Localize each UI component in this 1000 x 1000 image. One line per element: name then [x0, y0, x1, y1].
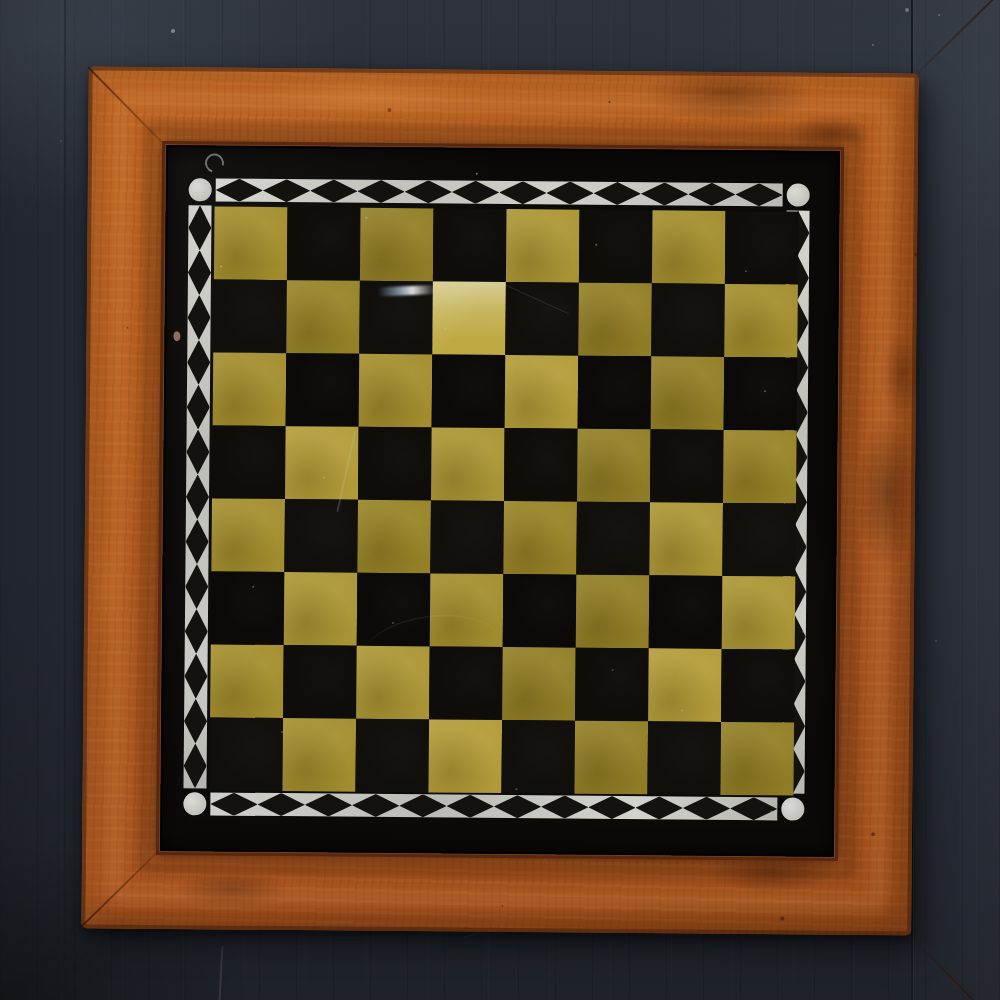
board-square-g1: [647, 721, 721, 795]
border-corner-circle-top-right: [787, 183, 810, 206]
board-square-h8: [725, 211, 799, 285]
board-square-f8: [579, 210, 653, 284]
wall-grain-line: [64, 0, 66, 1000]
board-square-a6: [213, 352, 287, 426]
board-square-d1: [428, 719, 502, 793]
border-diamond: [357, 180, 404, 203]
wooden-frame: [81, 66, 918, 935]
board-square-f7: [578, 283, 652, 357]
border-diamond: [188, 250, 211, 295]
board-square-g5: [650, 429, 724, 503]
board-square-f2: [575, 648, 649, 722]
board-square-h1: [720, 722, 794, 796]
board-square-c8: [360, 208, 434, 282]
wall-scratch: [219, 946, 224, 1000]
board-square-h2: [721, 649, 795, 723]
board-square-d5: [431, 427, 505, 501]
board-square-g6: [651, 356, 725, 430]
border-diamond: [183, 743, 206, 788]
board-square-a8: [214, 206, 288, 280]
board-square-c6: [359, 354, 433, 428]
border-diamond: [187, 385, 210, 430]
board-square-f5: [577, 429, 651, 503]
board-square-a3: [211, 571, 285, 645]
board-square-d6: [432, 354, 506, 428]
board-square-e8: [506, 209, 580, 283]
board-square-a1: [209, 717, 283, 791]
board-square-c5: [358, 427, 432, 501]
border-diamond: [399, 794, 446, 817]
border-diamond: [305, 793, 352, 816]
border-corner-circle-top-left: [189, 178, 212, 201]
paint-chip: [173, 331, 180, 341]
board-square-d7: [432, 281, 506, 355]
board-square-c1: [355, 719, 429, 793]
border-diamond: [541, 795, 588, 818]
border-diamond: [186, 474, 209, 519]
board-square-a4: [211, 498, 285, 572]
border-diamond: [263, 179, 310, 202]
board-square-g8: [652, 210, 726, 284]
photograph-antique-gameboard: [0, 0, 1000, 1000]
border-diamond: [352, 794, 399, 817]
glass-chip-mark: [201, 150, 227, 176]
board-square-h4: [722, 503, 796, 577]
board-square-c4: [357, 500, 431, 574]
board-square-e4: [503, 501, 577, 575]
border-diamond: [594, 182, 641, 205]
border-diamond: [641, 182, 688, 205]
board-square-e7: [505, 282, 579, 356]
board-square-f6: [578, 356, 652, 430]
board-square-a5: [212, 425, 286, 499]
border-diamond: [405, 180, 452, 203]
border-diamond: [187, 295, 210, 340]
border-diamond: [310, 179, 357, 202]
board-square-e3: [503, 574, 577, 648]
border-diamond: [185, 519, 208, 564]
border-diamond: [257, 793, 304, 816]
border-diamond: [186, 429, 209, 474]
board-square-b2: [283, 645, 357, 719]
border-diamond: [499, 181, 546, 204]
board-square-a7: [213, 279, 287, 353]
board-square-e6: [505, 355, 579, 429]
border-corner-circle-bottom-left: [183, 792, 206, 815]
board-square-h7: [724, 284, 798, 358]
border-band-bottom: [210, 792, 777, 820]
board-square-b4: [284, 499, 358, 573]
dust-specks: [166, 145, 168, 147]
board-square-h6: [724, 357, 798, 431]
checkerboard-grid: [209, 206, 798, 795]
border-diamond: [185, 564, 208, 609]
glass-board-panel: [160, 145, 840, 857]
board-square-a2: [210, 644, 284, 718]
border-band-left: [183, 205, 211, 788]
board-square-e2: [502, 647, 576, 721]
board-square-g3: [649, 575, 723, 649]
border-diamond: [216, 179, 263, 202]
border-band-top: [216, 179, 783, 207]
border-diamond: [735, 183, 782, 206]
board-square-d4: [430, 500, 504, 574]
board-square-f1: [574, 721, 648, 795]
border-diamond: [184, 654, 207, 699]
wall-specks: [0, 0, 2, 2]
border-diamond: [546, 181, 593, 204]
board-square-b6: [286, 353, 360, 427]
board-square-g4: [649, 502, 723, 576]
border-diamond: [188, 205, 211, 250]
border-diamond: [588, 796, 635, 819]
border-diamond: [494, 795, 541, 818]
border-diamond: [635, 796, 682, 819]
border-diamond: [184, 699, 207, 744]
border-diamond: [446, 795, 493, 818]
board-square-h5: [723, 430, 797, 504]
board-square-f4: [576, 502, 650, 576]
board-square-f3: [576, 575, 650, 649]
board-square-e1: [501, 720, 575, 794]
border-diamond: [683, 797, 730, 820]
border-diamond: [730, 797, 777, 820]
board-square-d8: [433, 208, 507, 282]
border-corner-circle-bottom-right: [781, 797, 804, 820]
border-diamond: [185, 609, 208, 654]
border-diamond: [210, 792, 257, 815]
border-diamond: [452, 181, 499, 204]
board-square-e5: [504, 428, 578, 502]
board-square-b7: [286, 280, 360, 354]
board-square-b8: [287, 207, 361, 281]
board-square-h3: [722, 576, 796, 650]
board-square-b1: [282, 718, 356, 792]
border-diamond: [187, 340, 210, 385]
board-square-g2: [648, 648, 722, 722]
board-square-b3: [284, 572, 358, 646]
board-square-g7: [651, 283, 725, 357]
border-diamond: [688, 183, 735, 206]
